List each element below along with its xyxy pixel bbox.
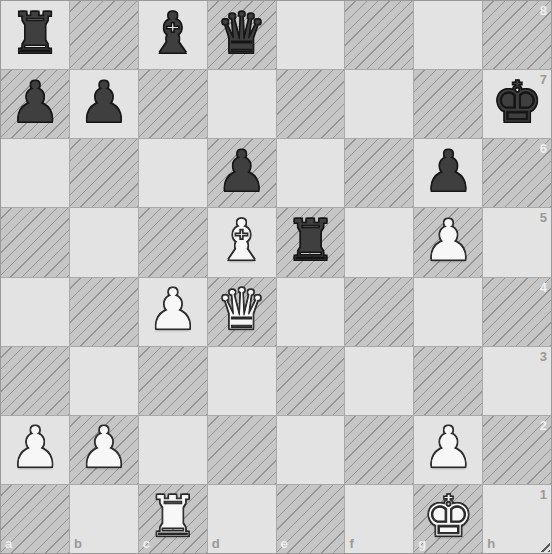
square-b4[interactable] <box>70 278 138 346</box>
black-pawn[interactable]: ♟ <box>9 74 60 131</box>
square-c3[interactable] <box>139 347 207 415</box>
square-g3[interactable] <box>414 347 482 415</box>
square-c5[interactable] <box>139 208 207 276</box>
square-e1[interactable]: e <box>277 485 345 553</box>
square-c1[interactable]: c♜ <box>139 485 207 553</box>
square-c4[interactable]: ♟ <box>139 278 207 346</box>
square-c6[interactable] <box>139 139 207 207</box>
square-a8[interactable]: ♜ <box>1 1 69 69</box>
square-f7[interactable] <box>345 70 413 138</box>
square-e3[interactable] <box>277 347 345 415</box>
square-d2[interactable] <box>208 416 276 484</box>
rank-label-5: 5 <box>540 211 547 224</box>
square-g6[interactable]: ♟ <box>414 139 482 207</box>
white-rook[interactable]: ♜ <box>147 488 198 545</box>
square-d4[interactable]: ♛ <box>208 278 276 346</box>
square-h5[interactable]: 5 <box>483 208 551 276</box>
square-b3[interactable] <box>70 347 138 415</box>
square-a1[interactable]: a <box>1 485 69 553</box>
square-e2[interactable] <box>277 416 345 484</box>
square-e6[interactable] <box>277 139 345 207</box>
file-label-e: e <box>281 537 288 550</box>
file-label-d: d <box>212 537 220 550</box>
square-d6[interactable]: ♟ <box>208 139 276 207</box>
rank-label-2: 2 <box>540 419 547 432</box>
black-rook[interactable]: ♜ <box>9 5 60 62</box>
square-a6[interactable] <box>1 139 69 207</box>
square-c7[interactable] <box>139 70 207 138</box>
square-a2[interactable]: ♟ <box>1 416 69 484</box>
square-d8[interactable]: ♛ <box>208 1 276 69</box>
square-d5[interactable]: ♝ <box>208 208 276 276</box>
square-f1[interactable]: f <box>345 485 413 553</box>
square-b6[interactable] <box>70 139 138 207</box>
square-h4[interactable]: 4 <box>483 278 551 346</box>
white-pawn[interactable]: ♟ <box>423 419 474 476</box>
square-b5[interactable] <box>70 208 138 276</box>
square-f4[interactable] <box>345 278 413 346</box>
square-g8[interactable] <box>414 1 482 69</box>
square-h3[interactable]: 3 <box>483 347 551 415</box>
file-label-b: b <box>74 537 82 550</box>
square-h8[interactable]: 8 <box>483 1 551 69</box>
square-b8[interactable] <box>70 1 138 69</box>
square-f5[interactable] <box>345 208 413 276</box>
square-h2[interactable]: 2 <box>483 416 551 484</box>
square-d3[interactable] <box>208 347 276 415</box>
square-h6[interactable]: 6 <box>483 139 551 207</box>
square-b1[interactable]: b <box>70 485 138 553</box>
square-g4[interactable] <box>414 278 482 346</box>
square-g7[interactable] <box>414 70 482 138</box>
square-c2[interactable] <box>139 416 207 484</box>
chess-board: ♜♝♛8♟♟7♚♟♟6♝♜♟5♟♛43♟♟♟2abc♜defg♚1h <box>0 0 552 554</box>
rank-label-6: 6 <box>540 142 547 155</box>
white-pawn[interactable]: ♟ <box>147 281 198 338</box>
white-pawn[interactable]: ♟ <box>9 419 60 476</box>
square-e7[interactable] <box>277 70 345 138</box>
square-h7[interactable]: 7♚ <box>483 70 551 138</box>
square-h1[interactable]: 1h <box>483 485 551 553</box>
black-bishop[interactable]: ♝ <box>147 5 198 62</box>
square-d7[interactable] <box>208 70 276 138</box>
square-e4[interactable] <box>277 278 345 346</box>
white-pawn[interactable]: ♟ <box>78 419 129 476</box>
file-label-a: a <box>5 537 12 550</box>
square-a7[interactable]: ♟ <box>1 70 69 138</box>
rank-label-1: 1 <box>540 488 547 501</box>
white-pawn[interactable]: ♟ <box>423 212 474 269</box>
rank-label-3: 3 <box>540 350 547 363</box>
file-label-h: h <box>487 537 495 550</box>
square-f3[interactable] <box>345 347 413 415</box>
chess-board-wrapper: ♜♝♛8♟♟7♚♟♟6♝♜♟5♟♛43♟♟♟2abc♜defg♚1h <box>0 0 552 554</box>
square-g1[interactable]: g♚ <box>414 485 482 553</box>
rank-label-8: 8 <box>540 4 547 17</box>
black-pawn[interactable]: ♟ <box>216 143 267 200</box>
white-queen[interactable]: ♛ <box>216 281 267 338</box>
square-f6[interactable] <box>345 139 413 207</box>
square-a5[interactable] <box>1 208 69 276</box>
white-king[interactable]: ♚ <box>423 488 474 545</box>
square-g5[interactable]: ♟ <box>414 208 482 276</box>
square-b2[interactable]: ♟ <box>70 416 138 484</box>
square-c8[interactable]: ♝ <box>139 1 207 69</box>
square-f8[interactable] <box>345 1 413 69</box>
rank-label-4: 4 <box>540 281 547 294</box>
file-label-f: f <box>349 537 353 550</box>
square-b7[interactable]: ♟ <box>70 70 138 138</box>
square-a4[interactable] <box>1 278 69 346</box>
square-g2[interactable]: ♟ <box>414 416 482 484</box>
white-bishop[interactable]: ♝ <box>216 212 267 269</box>
black-king[interactable]: ♚ <box>492 74 543 131</box>
square-f2[interactable] <box>345 416 413 484</box>
black-rook[interactable]: ♜ <box>285 212 336 269</box>
square-e8[interactable] <box>277 1 345 69</box>
square-a3[interactable] <box>1 347 69 415</box>
square-e5[interactable]: ♜ <box>277 208 345 276</box>
black-pawn[interactable]: ♟ <box>423 143 474 200</box>
black-queen[interactable]: ♛ <box>216 5 267 62</box>
black-pawn[interactable]: ♟ <box>78 74 129 131</box>
square-d1[interactable]: d <box>208 485 276 553</box>
